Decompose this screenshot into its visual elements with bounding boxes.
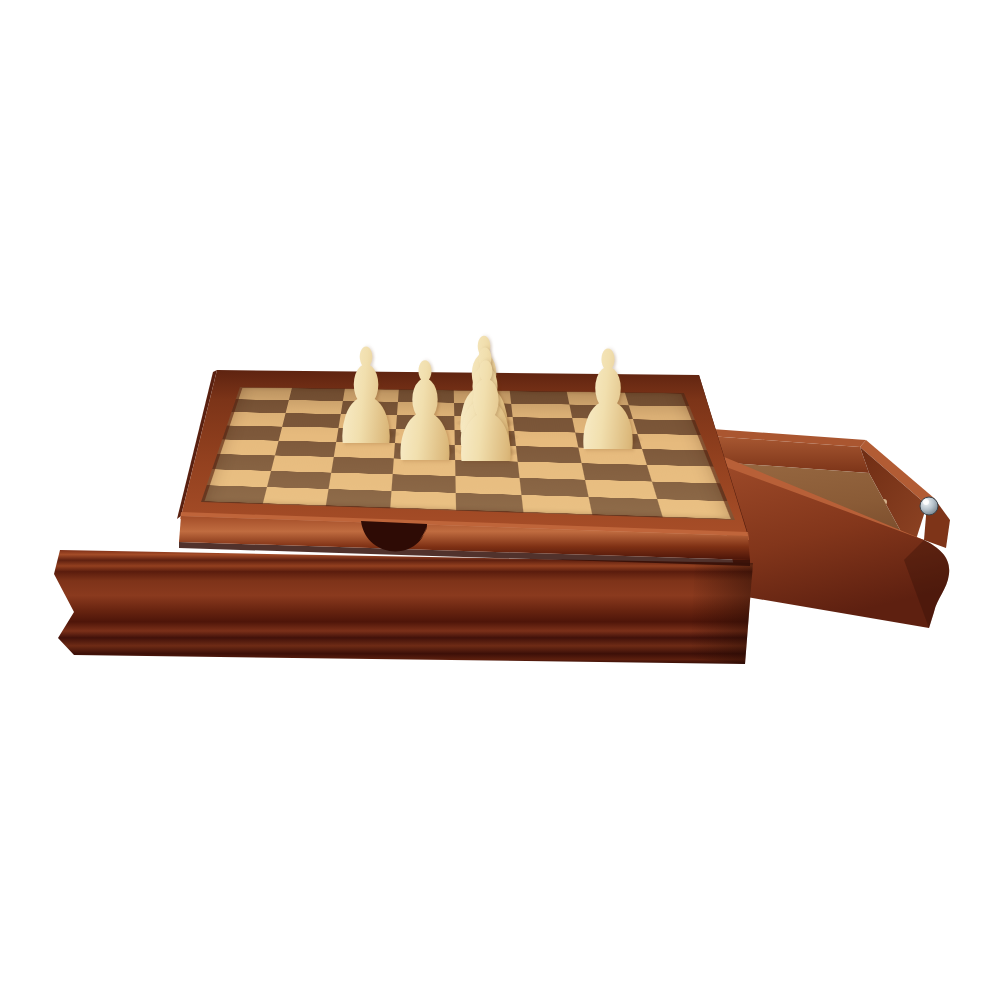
square-d7 [397,402,454,416]
square-a5 [222,425,282,440]
square-a3 [212,454,275,471]
square-d1 [390,491,456,511]
square-h1 [657,499,735,520]
square-b2 [267,471,331,489]
square-b1 [263,487,329,506]
square-b6 [282,413,341,428]
square-c7 [341,401,398,415]
square-f4 [516,446,582,463]
square-f3 [518,462,585,480]
square-c5 [336,428,396,444]
square-g3 [582,463,652,481]
box-front-face [54,550,753,664]
square-e3 [455,460,519,478]
square-g4 [578,448,647,465]
square-d6 [396,415,455,430]
square-f8 [510,391,570,405]
square-d8 [398,389,454,403]
square-f2 [520,478,589,497]
square-a4 [217,439,278,455]
square-b8 [289,388,345,401]
square-c3 [331,457,394,474]
square-b4 [275,441,336,457]
square-h4 [642,449,714,467]
square-g8 [567,391,629,405]
box-right-shade [690,561,753,664]
square-e8 [454,390,511,404]
chessboard [201,387,735,520]
square-e2 [455,476,521,495]
square-d4 [394,443,455,460]
square-a1 [201,485,267,504]
square-d2 [391,474,455,493]
square-a8 [236,387,292,400]
square-g2 [585,480,657,499]
square-h3 [647,465,720,484]
square-a7 [231,399,288,413]
square-a2 [207,469,271,487]
square-d3 [393,458,456,476]
square-c1 [326,489,392,508]
square-b5 [279,427,339,442]
drawer-knob [920,497,938,515]
square-c2 [329,473,393,491]
square-h7 [629,405,695,420]
square-e5 [455,430,516,446]
square-g6 [572,418,637,434]
square-h8 [625,392,690,406]
square-e1 [456,493,524,513]
product-photo-chess-box: ♟♟♟♟♟♟ [0,0,1005,1005]
square-c8 [343,388,399,401]
square-a6 [227,412,286,426]
square-h6 [633,419,701,435]
square-g5 [575,433,642,449]
square-d5 [395,429,455,445]
square-f6 [513,417,576,432]
square-b7 [286,400,343,414]
square-e7 [454,403,513,417]
square-c6 [339,414,397,429]
square-f1 [521,495,592,515]
square-c4 [334,442,395,458]
drawer-knob-highlight [923,499,929,505]
square-g7 [569,405,633,420]
square-f7 [511,404,572,419]
square-h5 [637,434,707,451]
square-b3 [271,455,334,472]
square-f5 [514,431,578,447]
square-e4 [455,445,518,462]
square-e6 [454,416,514,431]
square-g1 [589,497,663,518]
